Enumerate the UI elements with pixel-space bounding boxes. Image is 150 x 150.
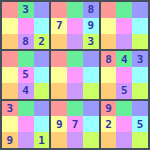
sudoku-cell[interactable]: 2: [101, 116, 117, 132]
sudoku-cell[interactable]: [101, 67, 117, 83]
sudoku-cell[interactable]: [51, 83, 67, 99]
sudoku-cell[interactable]: [67, 18, 83, 34]
sudoku-cell[interactable]: [18, 18, 34, 34]
sudoku-box: 8793: [51, 2, 98, 49]
sudoku-cell[interactable]: [67, 51, 83, 67]
sudoku-cell[interactable]: [2, 51, 18, 67]
sudoku-cell[interactable]: 8: [83, 2, 99, 18]
sudoku-cell[interactable]: [34, 116, 50, 132]
sudoku-cell[interactable]: 9: [51, 116, 67, 132]
sudoku-cell[interactable]: [2, 18, 18, 34]
sudoku-cell[interactable]: 2: [34, 34, 50, 50]
sudoku-cell[interactable]: 5: [18, 67, 34, 83]
sudoku-cell[interactable]: [132, 34, 148, 50]
sudoku-cell[interactable]: [116, 67, 132, 83]
sudoku-board: 382879354843539197925: [0, 0, 150, 150]
sudoku-cell[interactable]: 5: [116, 83, 132, 99]
sudoku-cell[interactable]: [67, 83, 83, 99]
sudoku-cell[interactable]: [34, 51, 50, 67]
sudoku-cell[interactable]: [34, 18, 50, 34]
sudoku-cell[interactable]: [116, 116, 132, 132]
sudoku-cell[interactable]: [18, 116, 34, 132]
sudoku-cell[interactable]: [132, 83, 148, 99]
sudoku-cell[interactable]: [2, 34, 18, 50]
sudoku-cell[interactable]: [132, 18, 148, 34]
sudoku-cell[interactable]: [132, 67, 148, 83]
sudoku-box: 925: [101, 101, 148, 148]
sudoku-cell[interactable]: [67, 132, 83, 148]
sudoku-cell[interactable]: [67, 34, 83, 50]
sudoku-cell[interactable]: [51, 132, 67, 148]
sudoku-box: 382: [2, 2, 49, 49]
sudoku-cell[interactable]: [101, 83, 117, 99]
sudoku-cell[interactable]: 7: [51, 18, 67, 34]
sudoku-cell[interactable]: [2, 83, 18, 99]
sudoku-cell[interactable]: 4: [18, 83, 34, 99]
sudoku-cell[interactable]: 8: [18, 34, 34, 50]
sudoku-cell[interactable]: 9: [83, 18, 99, 34]
sudoku-cell[interactable]: [51, 67, 67, 83]
sudoku-cell[interactable]: [18, 51, 34, 67]
sudoku-cell[interactable]: [132, 2, 148, 18]
sudoku-cell[interactable]: [116, 18, 132, 34]
sudoku-cell[interactable]: [116, 2, 132, 18]
sudoku-cell[interactable]: 1: [34, 132, 50, 148]
sudoku-cell[interactable]: [67, 101, 83, 117]
sudoku-cell[interactable]: [67, 67, 83, 83]
sudoku-cell[interactable]: 5: [132, 116, 148, 132]
sudoku-cell[interactable]: [18, 101, 34, 117]
sudoku-cell[interactable]: [51, 51, 67, 67]
sudoku-cell[interactable]: [51, 101, 67, 117]
sudoku-cell[interactable]: [34, 2, 50, 18]
sudoku-cell[interactable]: [83, 132, 99, 148]
sudoku-box: 8435: [101, 51, 148, 98]
sudoku-box: 97: [51, 101, 98, 148]
sudoku-cell[interactable]: [51, 34, 67, 50]
sudoku-cell[interactable]: 3: [18, 2, 34, 18]
sudoku-box: [51, 51, 98, 98]
sudoku-cell[interactable]: [132, 132, 148, 148]
sudoku-cell[interactable]: [67, 2, 83, 18]
sudoku-cell[interactable]: 3: [83, 34, 99, 50]
sudoku-cell[interactable]: 3: [132, 51, 148, 67]
sudoku-box: [101, 2, 148, 49]
sudoku-cell[interactable]: [101, 18, 117, 34]
sudoku-cell[interactable]: 9: [101, 101, 117, 117]
sudoku-cell[interactable]: 9: [2, 132, 18, 148]
sudoku-cell[interactable]: [83, 67, 99, 83]
sudoku-cell[interactable]: [83, 83, 99, 99]
sudoku-cell[interactable]: 3: [2, 101, 18, 117]
sudoku-box: 54: [2, 51, 49, 98]
sudoku-cell[interactable]: [83, 51, 99, 67]
sudoku-cell[interactable]: 7: [67, 116, 83, 132]
sudoku-cell[interactable]: [101, 2, 117, 18]
sudoku-cell[interactable]: [51, 2, 67, 18]
sudoku-cell[interactable]: [34, 101, 50, 117]
sudoku-cell[interactable]: [83, 116, 99, 132]
sudoku-cell[interactable]: [101, 132, 117, 148]
sudoku-cell[interactable]: [2, 116, 18, 132]
sudoku-cell[interactable]: [116, 101, 132, 117]
sudoku-cell[interactable]: [132, 101, 148, 117]
sudoku-box: 391: [2, 101, 49, 148]
sudoku-cell[interactable]: [34, 83, 50, 99]
sudoku-cell[interactable]: [18, 132, 34, 148]
sudoku-cell[interactable]: [2, 2, 18, 18]
sudoku-cell[interactable]: 4: [116, 51, 132, 67]
sudoku-cell[interactable]: [34, 67, 50, 83]
sudoku-cell[interactable]: 8: [101, 51, 117, 67]
sudoku-cell[interactable]: [116, 132, 132, 148]
sudoku-cell[interactable]: [83, 101, 99, 117]
sudoku-cell[interactable]: [116, 34, 132, 50]
sudoku-cell[interactable]: [2, 67, 18, 83]
sudoku-cell[interactable]: [101, 34, 117, 50]
